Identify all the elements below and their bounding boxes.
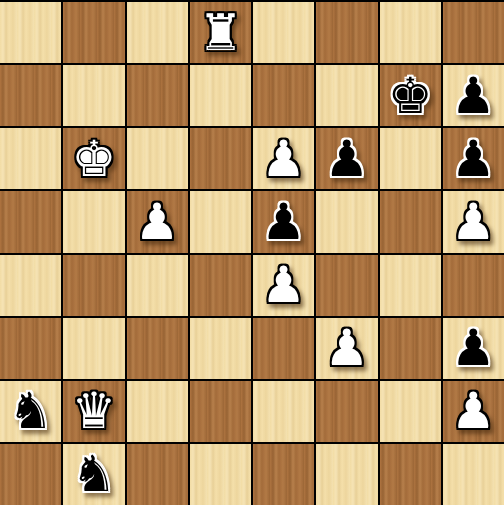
square-c8[interactable] bbox=[127, 2, 188, 63]
piece-white-king[interactable]: ♚ bbox=[71, 134, 116, 184]
piece-black-pawn[interactable]: ♟ bbox=[324, 134, 369, 184]
chess-app: ♜♚♟♚♟♟♟♟♟♟♟♟♟♞♛♟♞ bbox=[0, 0, 504, 505]
square-a6[interactable] bbox=[0, 128, 61, 189]
square-b1[interactable]: ♞ bbox=[63, 444, 124, 505]
piece-white-pawn[interactable]: ♟ bbox=[324, 323, 369, 373]
square-a3[interactable] bbox=[0, 318, 61, 379]
square-c4[interactable] bbox=[127, 255, 188, 316]
square-h6[interactable]: ♟ bbox=[443, 128, 504, 189]
square-a2[interactable]: ♞ bbox=[0, 381, 61, 442]
square-c3[interactable] bbox=[127, 318, 188, 379]
square-d2[interactable] bbox=[190, 381, 251, 442]
square-b7[interactable] bbox=[63, 65, 124, 126]
square-d8[interactable]: ♜ bbox=[190, 2, 251, 63]
piece-white-pawn[interactable]: ♟ bbox=[451, 386, 496, 436]
square-f7[interactable] bbox=[316, 65, 377, 126]
square-h3[interactable]: ♟ bbox=[443, 318, 504, 379]
square-b4[interactable] bbox=[63, 255, 124, 316]
square-c5[interactable]: ♟ bbox=[127, 191, 188, 252]
square-a4[interactable] bbox=[0, 255, 61, 316]
square-f1[interactable] bbox=[316, 444, 377, 505]
square-g3[interactable] bbox=[380, 318, 441, 379]
square-d3[interactable] bbox=[190, 318, 251, 379]
square-g8[interactable] bbox=[380, 2, 441, 63]
piece-black-knight[interactable]: ♞ bbox=[71, 449, 116, 499]
square-f8[interactable] bbox=[316, 2, 377, 63]
piece-white-pawn[interactable]: ♟ bbox=[451, 197, 496, 247]
square-f5[interactable] bbox=[316, 191, 377, 252]
square-d1[interactable] bbox=[190, 444, 251, 505]
piece-white-queen[interactable]: ♛ bbox=[71, 386, 116, 436]
square-e4[interactable]: ♟ bbox=[253, 255, 314, 316]
square-g5[interactable] bbox=[380, 191, 441, 252]
square-c6[interactable] bbox=[127, 128, 188, 189]
square-a7[interactable] bbox=[0, 65, 61, 126]
square-e7[interactable] bbox=[253, 65, 314, 126]
square-b5[interactable] bbox=[63, 191, 124, 252]
square-h1[interactable] bbox=[443, 444, 504, 505]
square-g2[interactable] bbox=[380, 381, 441, 442]
chess-board: ♜♚♟♚♟♟♟♟♟♟♟♟♟♞♛♟♞ bbox=[0, 0, 504, 505]
square-e1[interactable] bbox=[253, 444, 314, 505]
square-d7[interactable] bbox=[190, 65, 251, 126]
piece-black-knight[interactable]: ♞ bbox=[8, 386, 53, 436]
square-h2[interactable]: ♟ bbox=[443, 381, 504, 442]
square-d4[interactable] bbox=[190, 255, 251, 316]
piece-black-pawn[interactable]: ♟ bbox=[451, 134, 496, 184]
square-e5[interactable]: ♟ bbox=[253, 191, 314, 252]
piece-black-pawn[interactable]: ♟ bbox=[451, 323, 496, 373]
square-f2[interactable] bbox=[316, 381, 377, 442]
square-h7[interactable]: ♟ bbox=[443, 65, 504, 126]
square-h5[interactable]: ♟ bbox=[443, 191, 504, 252]
square-b8[interactable] bbox=[63, 2, 124, 63]
piece-white-pawn[interactable]: ♟ bbox=[261, 134, 306, 184]
square-a8[interactable] bbox=[0, 2, 61, 63]
square-c2[interactable] bbox=[127, 381, 188, 442]
square-a5[interactable] bbox=[0, 191, 61, 252]
square-f3[interactable]: ♟ bbox=[316, 318, 377, 379]
piece-black-pawn[interactable]: ♟ bbox=[451, 71, 496, 121]
square-h4[interactable] bbox=[443, 255, 504, 316]
square-b6[interactable]: ♚ bbox=[63, 128, 124, 189]
square-c7[interactable] bbox=[127, 65, 188, 126]
square-e8[interactable] bbox=[253, 2, 314, 63]
square-b2[interactable]: ♛ bbox=[63, 381, 124, 442]
square-b3[interactable] bbox=[63, 318, 124, 379]
square-f6[interactable]: ♟ bbox=[316, 128, 377, 189]
square-e3[interactable] bbox=[253, 318, 314, 379]
square-h8[interactable] bbox=[443, 2, 504, 63]
square-e6[interactable]: ♟ bbox=[253, 128, 314, 189]
square-a1[interactable] bbox=[0, 444, 61, 505]
square-g1[interactable] bbox=[380, 444, 441, 505]
piece-white-pawn[interactable]: ♟ bbox=[135, 197, 180, 247]
piece-white-rook[interactable]: ♜ bbox=[198, 8, 243, 58]
square-d5[interactable] bbox=[190, 191, 251, 252]
square-e2[interactable] bbox=[253, 381, 314, 442]
square-g4[interactable] bbox=[380, 255, 441, 316]
piece-black-pawn[interactable]: ♟ bbox=[261, 197, 306, 247]
square-f4[interactable] bbox=[316, 255, 377, 316]
piece-black-king[interactable]: ♚ bbox=[388, 71, 433, 121]
square-d6[interactable] bbox=[190, 128, 251, 189]
square-g6[interactable] bbox=[380, 128, 441, 189]
square-c1[interactable] bbox=[127, 444, 188, 505]
square-g7[interactable]: ♚ bbox=[380, 65, 441, 126]
piece-white-pawn[interactable]: ♟ bbox=[261, 260, 306, 310]
